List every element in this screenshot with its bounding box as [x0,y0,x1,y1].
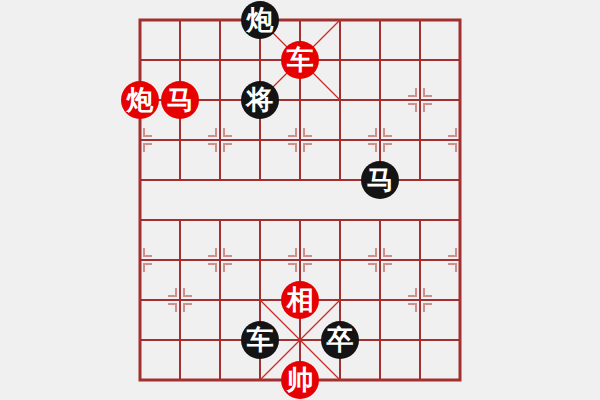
piece-red-chariot[interactable]: 车 [281,41,319,79]
piece-black-chariot[interactable]: 车 [241,321,279,359]
piece-black-general[interactable]: 将 [241,81,279,119]
piece-red-general[interactable]: 帅 [281,361,319,399]
piece-black-horse[interactable]: 马 [361,161,399,199]
piece-red-cannon[interactable]: 炮 [121,81,159,119]
screenshot-root: 炮车炮马将马相车卒帅 [0,0,600,400]
piece-red-elephant[interactable]: 相 [281,281,319,319]
piece-red-horse[interactable]: 马 [161,81,199,119]
piece-black-cannon[interactable]: 炮 [241,1,279,39]
piece-black-soldier[interactable]: 卒 [321,321,359,359]
